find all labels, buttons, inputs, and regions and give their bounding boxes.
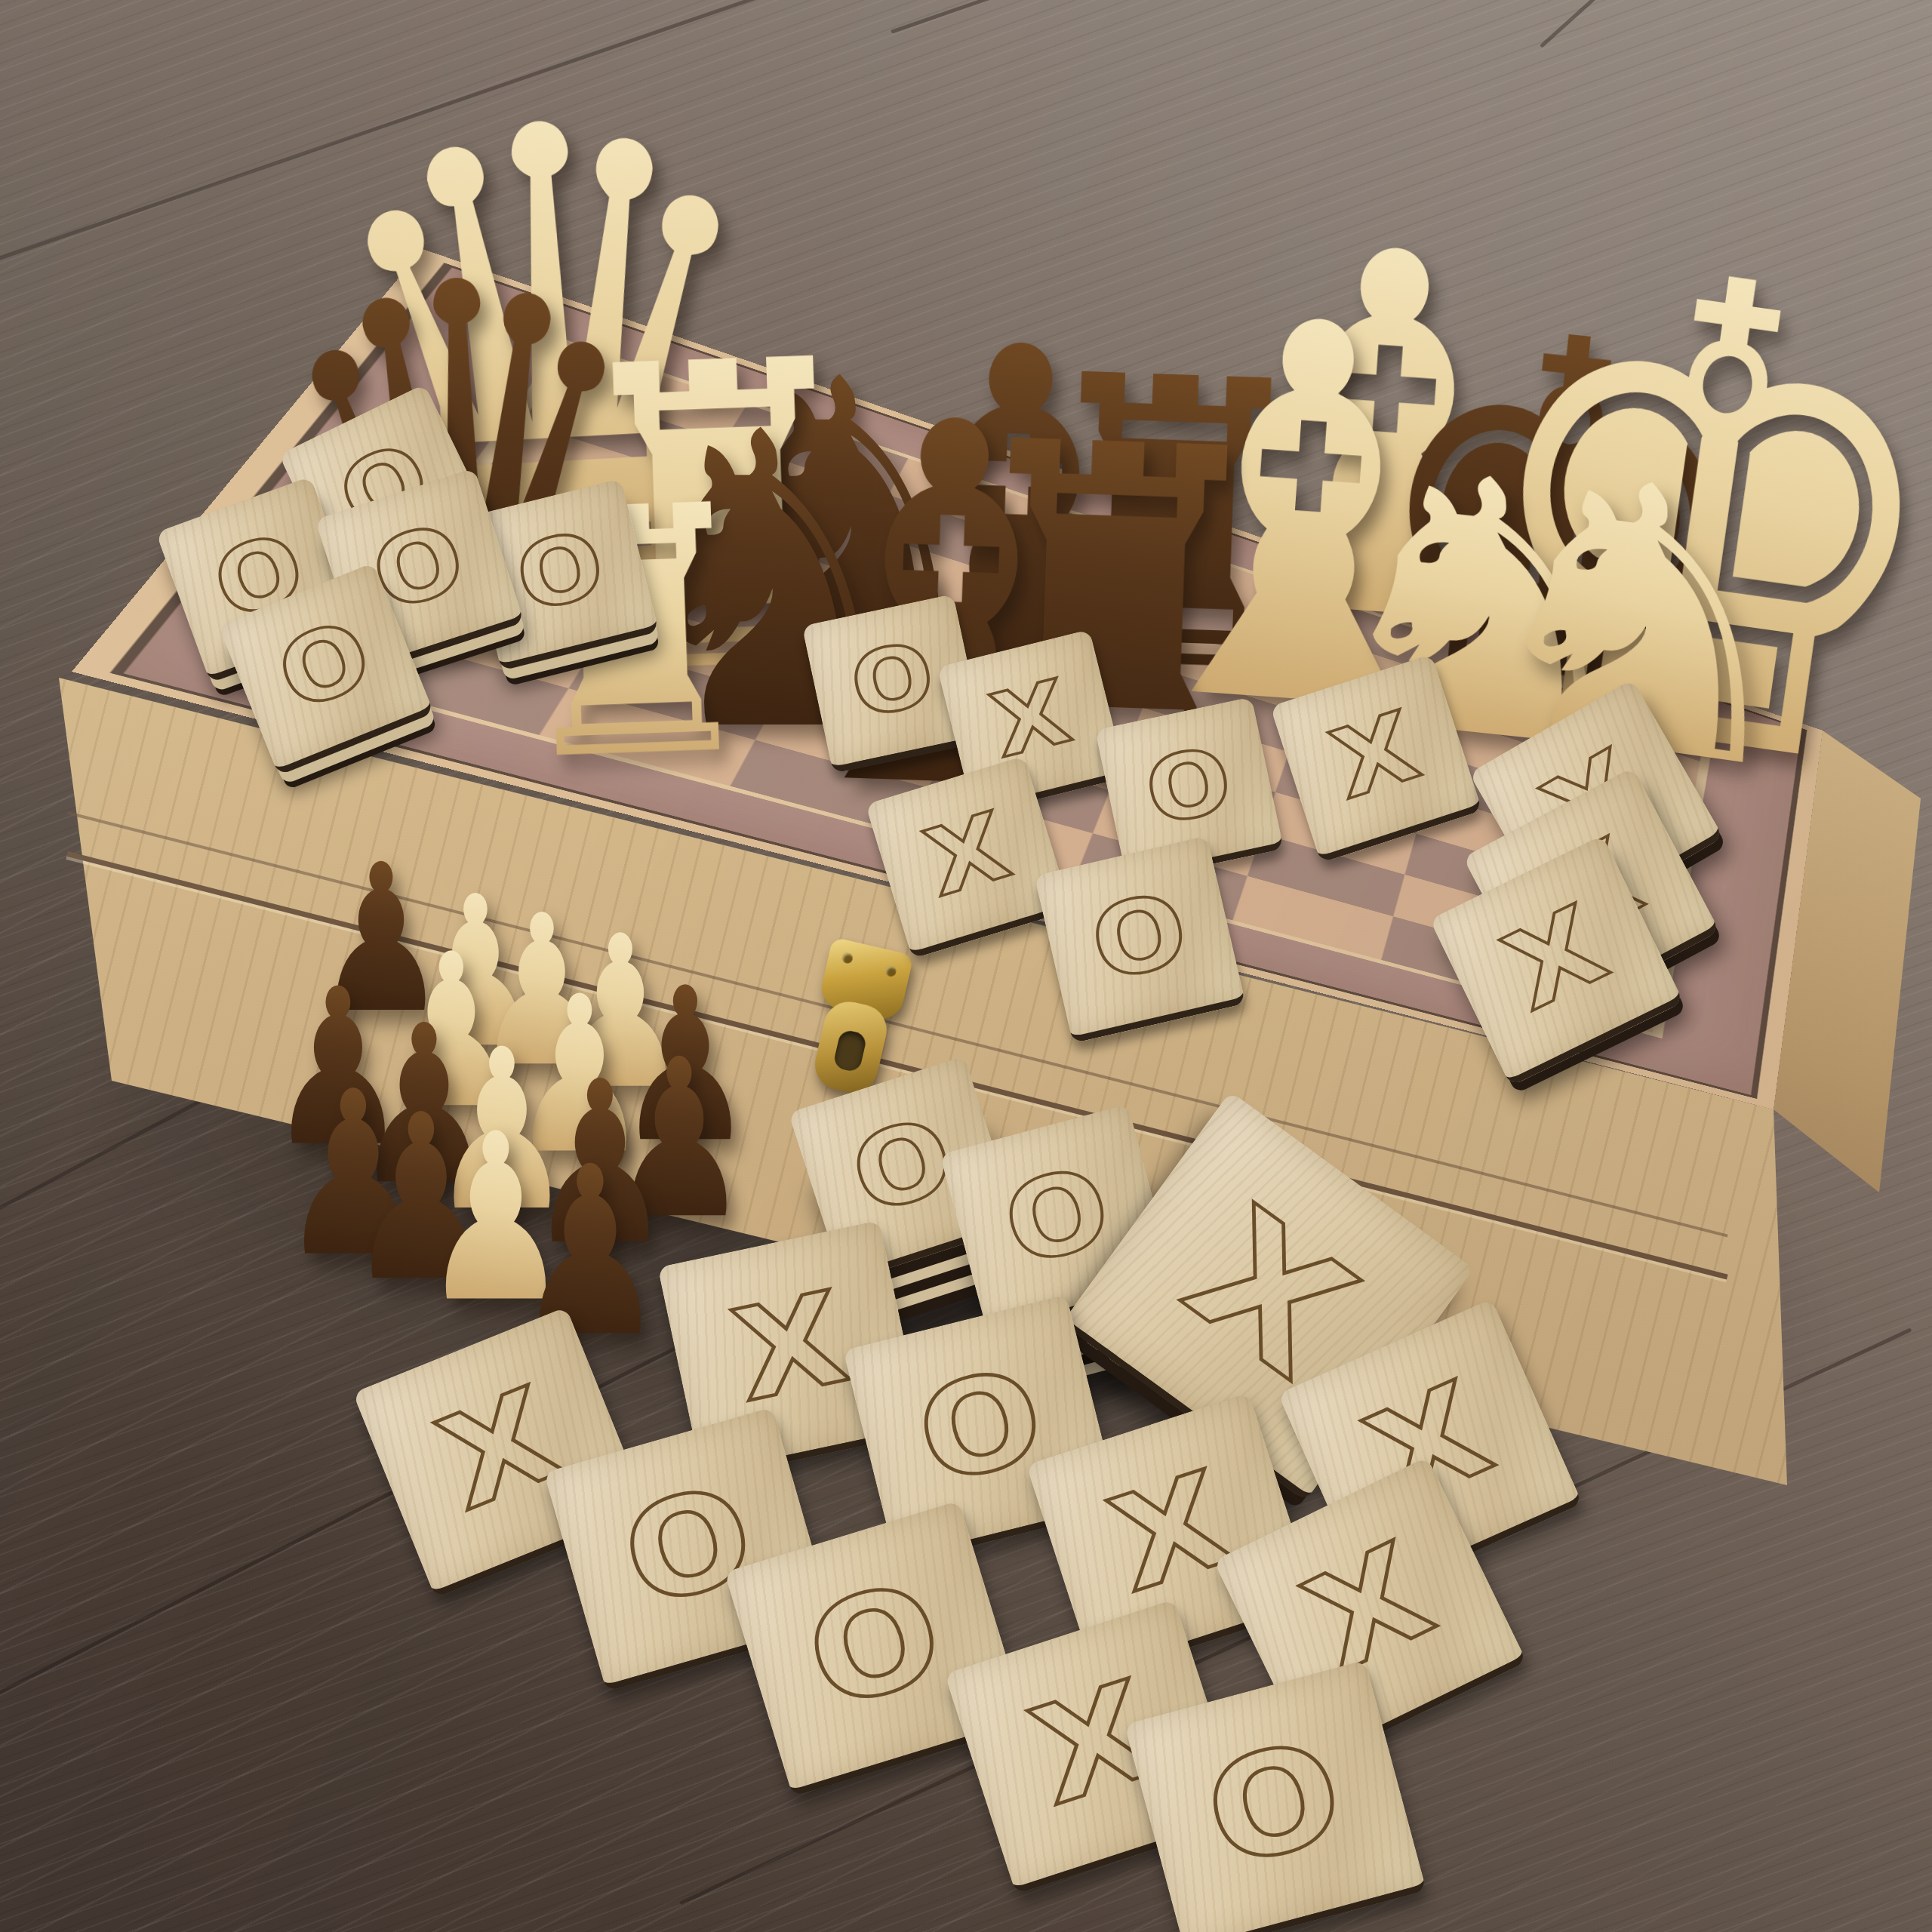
engraved-symbol: O [1082,877,1196,995]
engraved-symbol: O [843,629,940,731]
engraved-symbol: X [916,798,1019,909]
engraved-symbol: O [266,606,383,726]
engraved-symbol: O [994,1151,1121,1282]
engraved-symbol: O [792,1561,956,1730]
engraved-symbol: X [1288,1524,1448,1693]
engraved-symbol: O [1138,734,1238,838]
engraved-symbol: X [724,1273,857,1420]
engraved-symbol: X [984,667,1078,771]
engraved-symbol: O [508,517,613,626]
engraved-symbol: X [424,1369,574,1529]
photo-scene: OXOXXOOOOOOXXXOOXXOXXOXOXXO♛♝♛♞♜♜♝♝♚♞♚♞♞… [0,0,1932,1932]
engraved-symbol: X [1321,697,1429,813]
engraved-symbol: X [1490,889,1620,1026]
engraved-symbol: O [1193,1719,1356,1887]
engraved-symbol: X [1098,1453,1244,1611]
